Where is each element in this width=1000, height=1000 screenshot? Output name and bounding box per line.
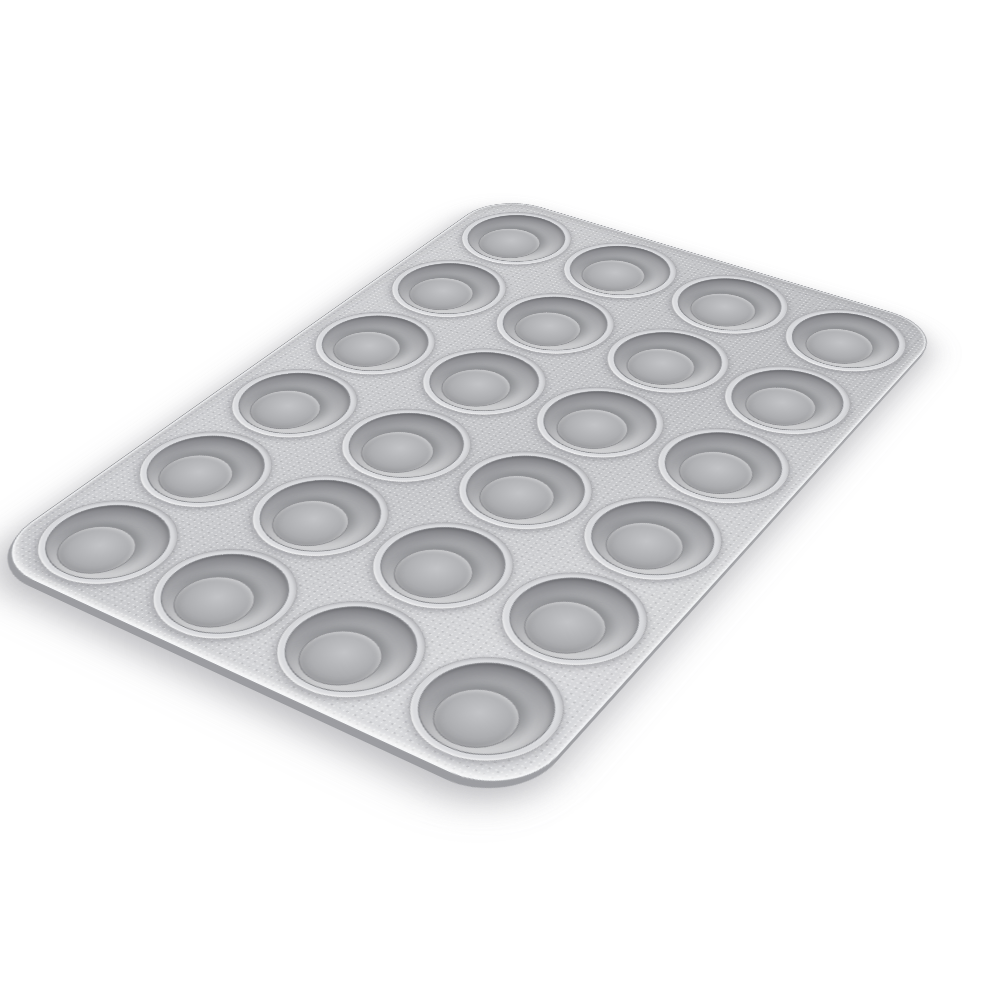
cup-bottom [666, 443, 767, 502]
cup-bottom [733, 380, 828, 433]
muffin-pan [0, 194, 946, 804]
cup-grid [0, 200, 932, 790]
cup-bottom [679, 287, 768, 333]
cup-bottom [794, 322, 884, 371]
photo-canvas [0, 0, 1000, 1000]
